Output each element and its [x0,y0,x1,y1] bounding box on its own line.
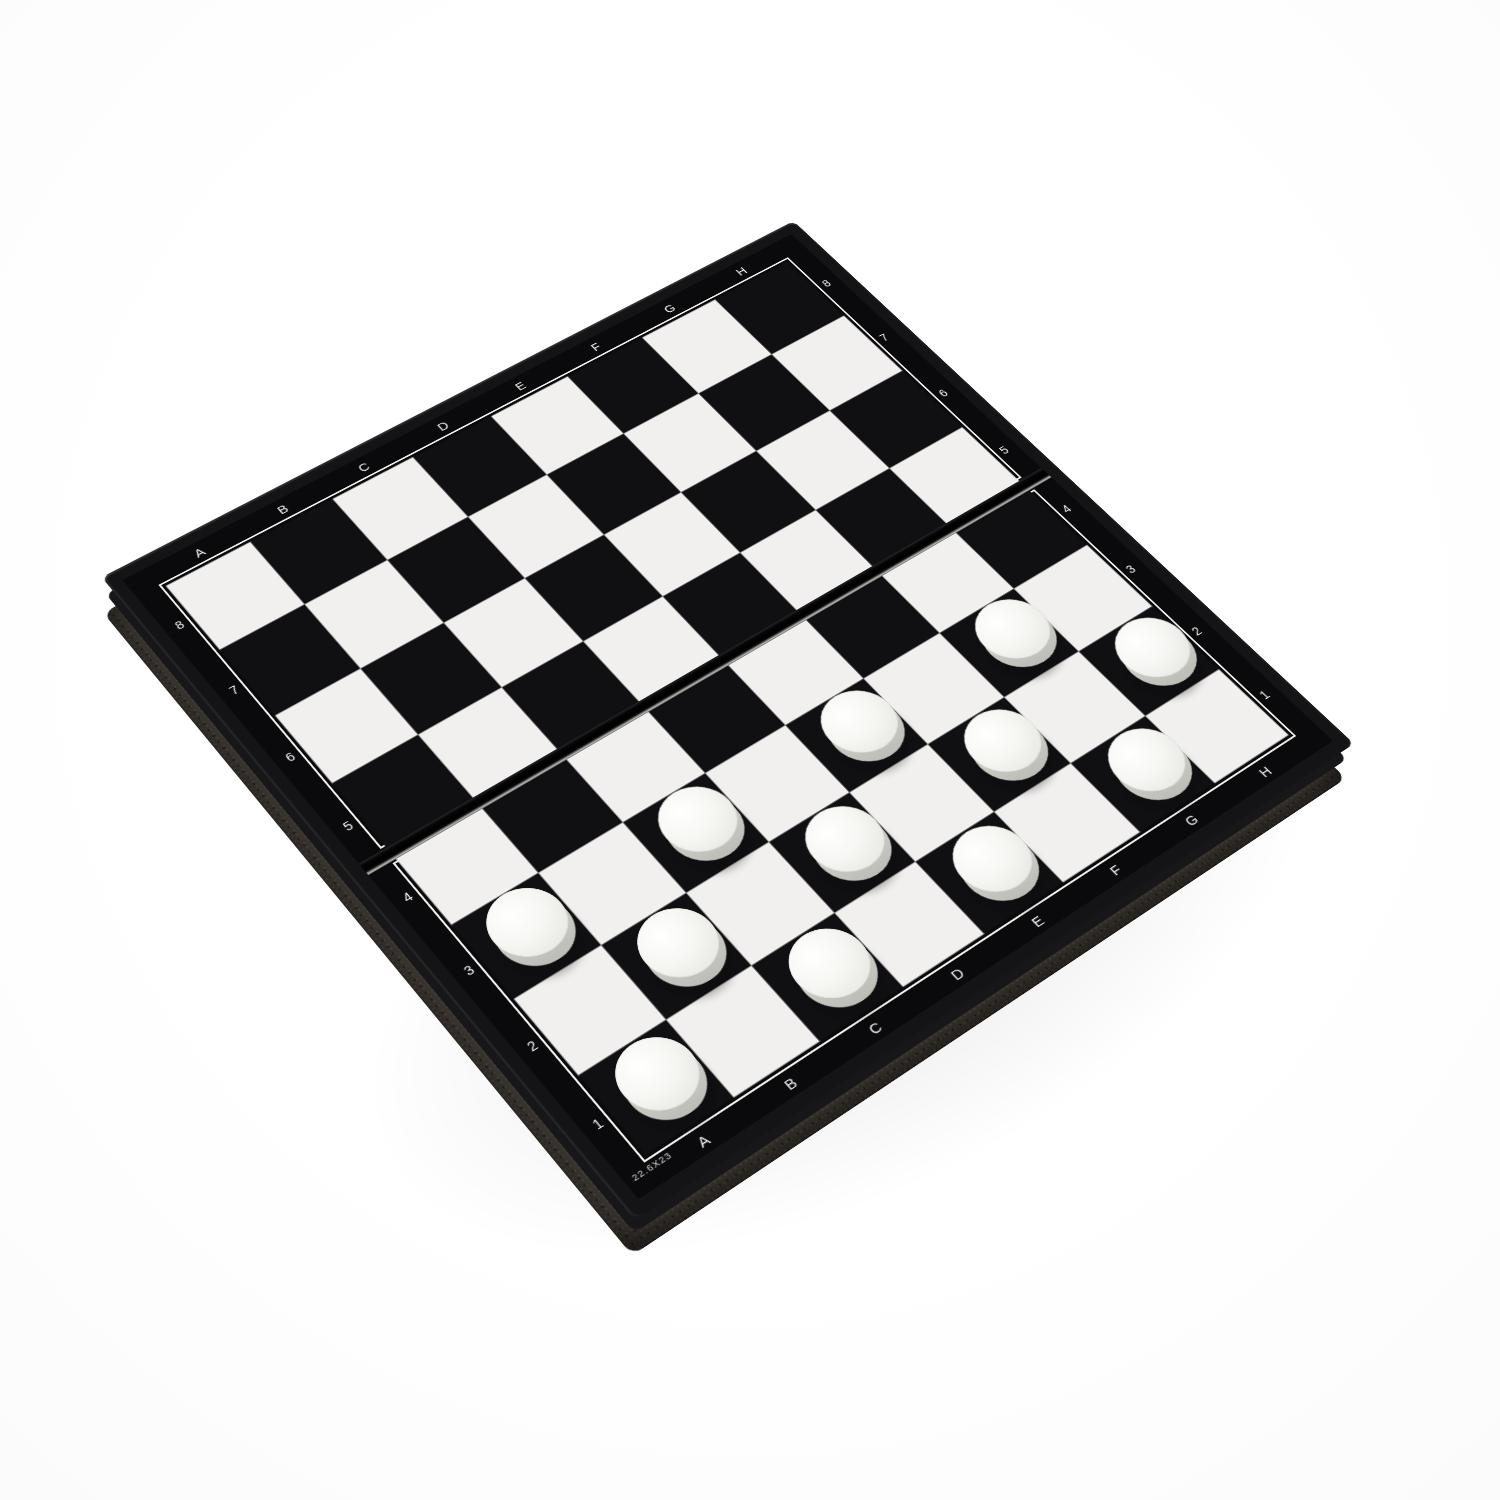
white-checker-a3 [470,875,585,971]
perspective-scene: AA88BB77CC66DD55EE44FF33GG22HH11 22.6X23 [0,0,1500,1500]
white-checker-c3 [642,774,754,865]
white-checker-c1 [772,915,887,1012]
white-checker-b2 [621,895,736,992]
folding-chess-checkers-board: AA88BB77CC66DD55EE44FF33GG22HH11 22.6X23 [102,221,1355,1221]
white-checker-d2 [789,793,901,885]
white-checker-f2 [948,697,1057,784]
white-checker-g1 [1092,716,1201,804]
scene-rotation: AA88BB77CC66DD55EE44FF33GG22HH11 22.6X23 [0,0,1500,1500]
white-checker-e1 [936,813,1048,905]
white-checker-a1 [598,1023,716,1126]
product-photo-stage: AA88BB77CC66DD55EE44FF33GG22HH11 22.6X23 [0,0,1500,1500]
white-checker-e3 [805,678,914,765]
